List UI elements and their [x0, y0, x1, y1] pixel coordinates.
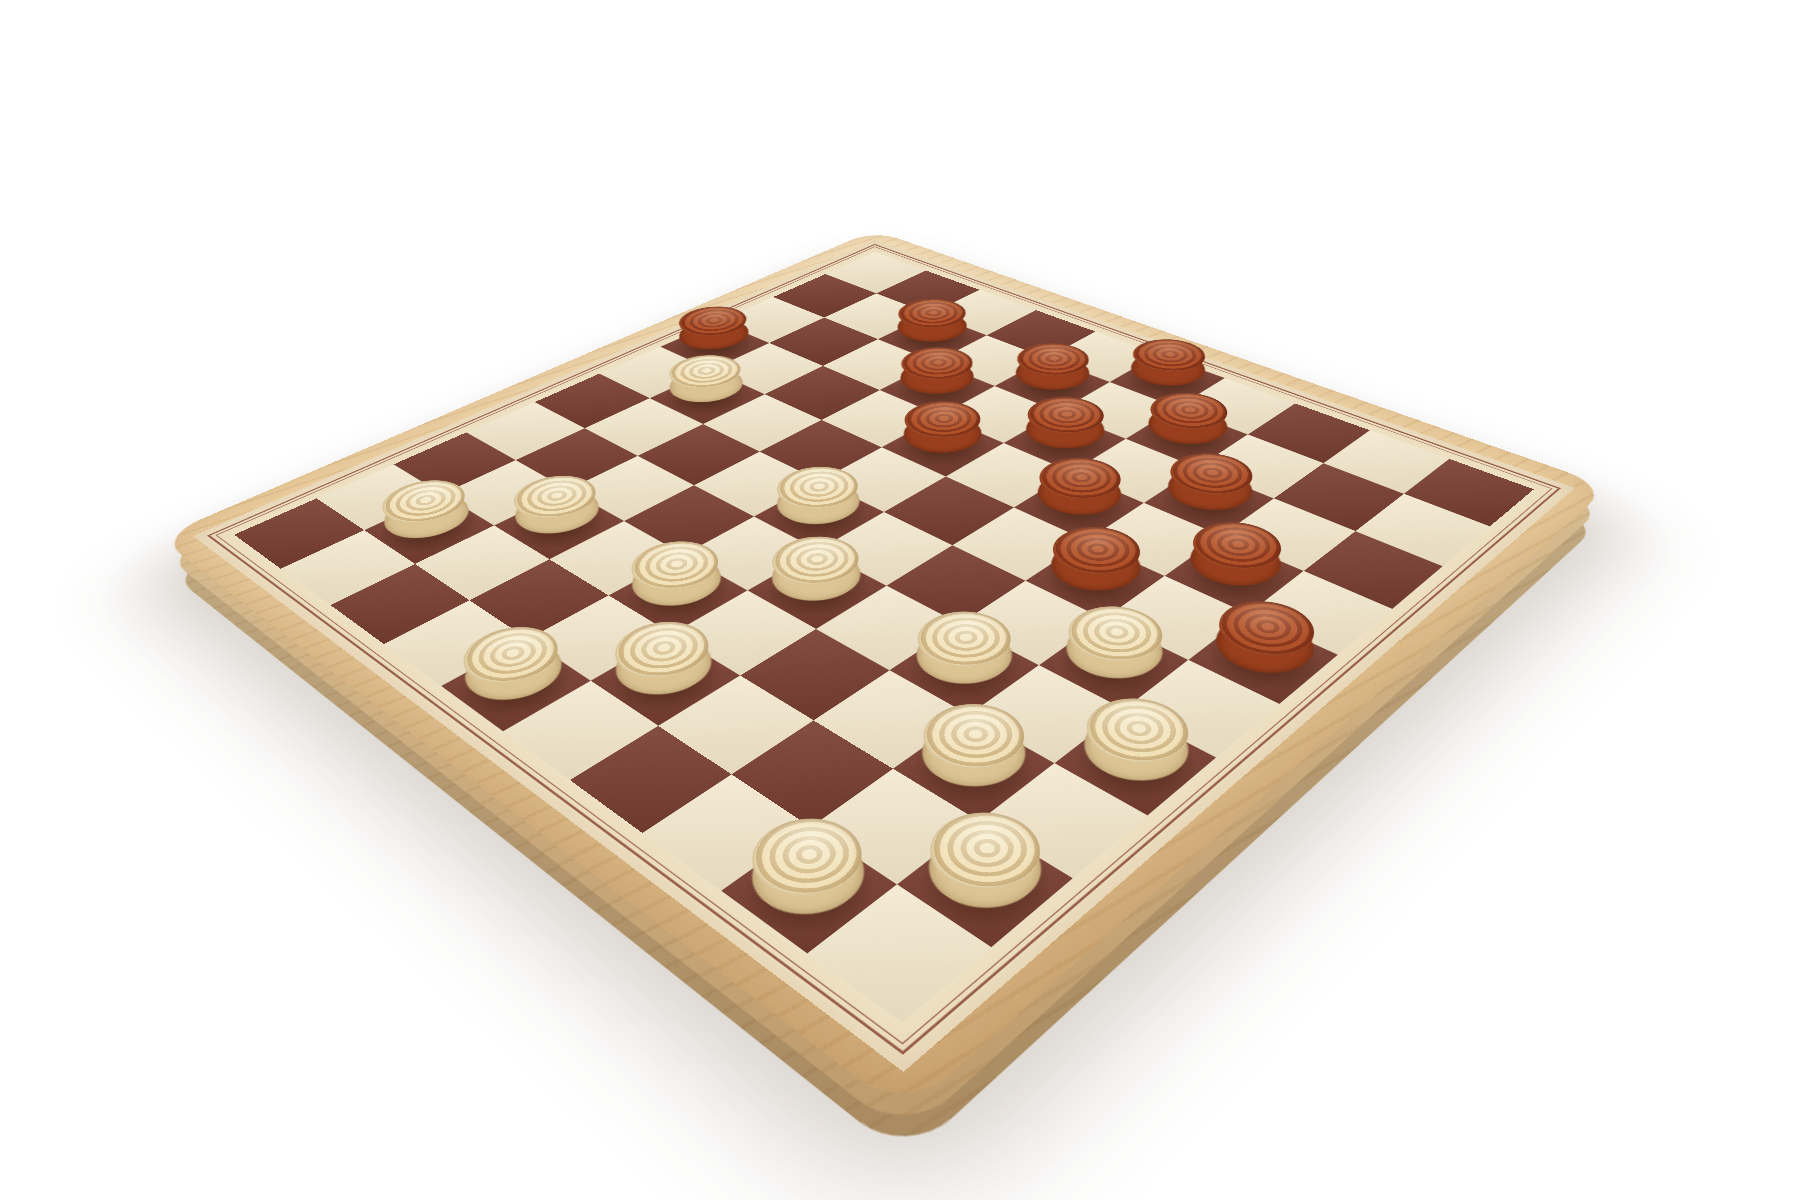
red-man-3-0[interactable] — [665, 301, 760, 342]
square-4-1[interactable] — [650, 370, 765, 424]
board-frame — [159, 230, 1609, 1115]
square-6-5[interactable] — [748, 550, 887, 629]
board-face-margin — [193, 240, 1575, 1072]
draughts-board — [159, 230, 1609, 1115]
white-man-5-4[interactable] — [760, 459, 874, 518]
red-man-0-5[interactable] — [1119, 333, 1220, 378]
white-man-6-9[interactable] — [1066, 686, 1208, 777]
square-1-0[interactable] — [773, 274, 876, 317]
product-photo — [0, 0, 1800, 1200]
white-man-6-7[interactable] — [898, 601, 1029, 679]
red-man-1-4[interactable] — [1003, 337, 1104, 383]
white-man-6-5[interactable] — [754, 527, 876, 595]
white-man-9-8[interactable] — [730, 804, 885, 913]
white-man-8-9[interactable] — [908, 798, 1063, 906]
square-6-7[interactable] — [890, 624, 1039, 715]
square-9-6[interactable] — [570, 726, 732, 833]
white-man-7-2[interactable] — [498, 468, 612, 528]
red-man-1-2[interactable] — [884, 293, 979, 334]
square-2-1[interactable] — [769, 318, 878, 366]
board-grid — [234, 252, 1534, 1022]
square-3-2[interactable] — [765, 366, 880, 420]
white-man-7-8[interactable] — [903, 692, 1045, 783]
square-8-5[interactable] — [591, 634, 740, 726]
square-0-0[interactable] — [825, 252, 926, 293]
square-8-7[interactable] — [731, 720, 893, 827]
red-man-4-7[interactable] — [1035, 518, 1157, 585]
square-7-2[interactable] — [494, 490, 624, 560]
square-4-5[interactable] — [884, 476, 1014, 545]
white-man-8-5[interactable] — [596, 611, 727, 690]
white-man-5-8[interactable] — [1050, 596, 1181, 674]
